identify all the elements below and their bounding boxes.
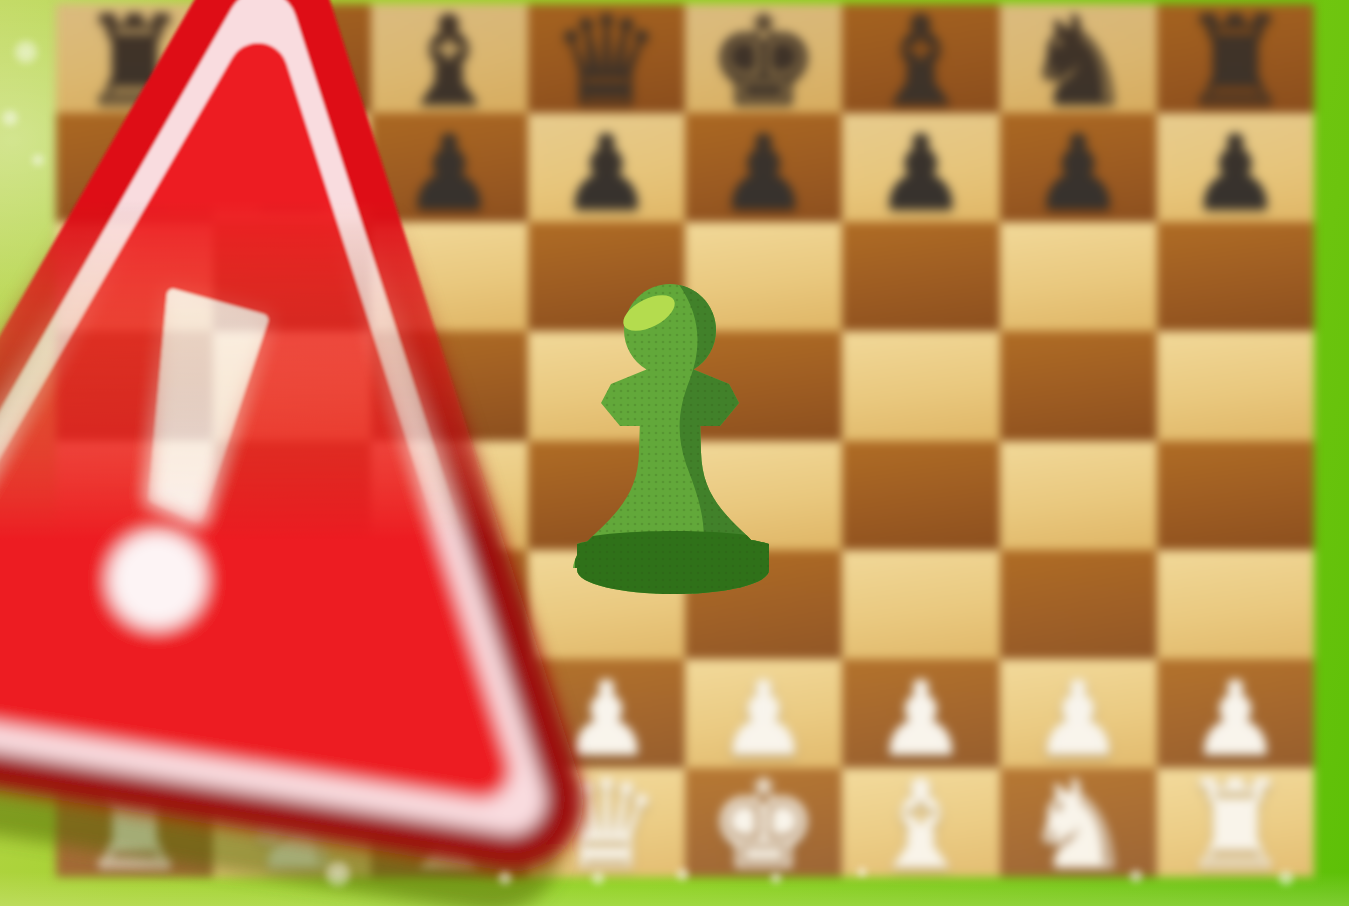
piece-white-queen: ♛	[528, 767, 685, 883]
square-a1: ♜	[56, 768, 213, 877]
piece-white-knight: ♞	[213, 767, 370, 883]
square-b3	[213, 550, 370, 659]
bokeh-speckle	[13, 39, 39, 65]
piece-black-queen: ♛	[528, 3, 685, 119]
square-g5	[1000, 331, 1157, 440]
piece-black-pawn: ♟	[371, 118, 528, 228]
piece-white-king: ♚	[685, 767, 842, 883]
square-c4	[371, 441, 528, 550]
square-c6	[371, 222, 528, 331]
hero-illustration: ♜♞♝♛♚♝♞♜♟♟♟♟♟♟♟♟♟♟♟♟♟♟♟♟♜♞♝♛♚♝♞♜	[0, 0, 1349, 906]
square-e8: ♚	[685, 4, 842, 113]
piece-black-pawn: ♟	[213, 118, 370, 228]
square-c8: ♝	[371, 4, 528, 113]
piece-white-knight: ♞	[1000, 767, 1157, 883]
square-a4	[56, 441, 213, 550]
square-g7: ♟	[1000, 113, 1157, 222]
square-f3	[842, 550, 999, 659]
green-pawn-icon	[563, 284, 783, 594]
square-h1: ♜	[1157, 768, 1314, 877]
square-f7: ♟	[842, 113, 999, 222]
square-a3	[56, 550, 213, 659]
piece-white-rook: ♜	[56, 767, 213, 883]
square-c3	[371, 550, 528, 659]
square-e7: ♟	[685, 113, 842, 222]
square-e2: ♟	[685, 659, 842, 768]
piece-black-knight: ♞	[1000, 3, 1157, 119]
square-f8: ♝	[842, 4, 999, 113]
piece-black-pawn: ♟	[842, 118, 999, 228]
piece-black-bishop: ♝	[842, 3, 999, 119]
square-c7: ♟	[371, 113, 528, 222]
square-h8: ♜	[1157, 4, 1314, 113]
piece-black-pawn: ♟	[528, 118, 685, 228]
square-g2: ♟	[1000, 659, 1157, 768]
piece-black-pawn: ♟	[56, 118, 213, 228]
bokeh-speckle	[31, 153, 45, 167]
square-a2: ♟	[56, 659, 213, 768]
piece-black-king: ♚	[685, 3, 842, 119]
square-d2: ♟	[528, 659, 685, 768]
square-g6	[1000, 222, 1157, 331]
piece-black-rook: ♜	[1157, 3, 1314, 119]
square-f6	[842, 222, 999, 331]
piece-black-rook: ♜	[56, 3, 213, 119]
pawn-halftone-texture	[563, 284, 783, 594]
square-g1: ♞	[1000, 768, 1157, 877]
square-a7: ♟	[56, 113, 213, 222]
square-h2: ♟	[1157, 659, 1314, 768]
piece-black-pawn: ♟	[1000, 118, 1157, 228]
bokeh-speckle	[1, 109, 19, 127]
square-a6	[56, 222, 213, 331]
square-b5	[213, 331, 370, 440]
square-c2: ♟	[371, 659, 528, 768]
square-e1: ♚	[685, 768, 842, 877]
square-b2: ♟	[213, 659, 370, 768]
square-b4	[213, 441, 370, 550]
square-f5	[842, 331, 999, 440]
piece-white-bishop: ♝	[842, 767, 999, 883]
square-a8: ♜	[56, 4, 213, 113]
piece-black-bishop: ♝	[371, 3, 528, 119]
piece-white-rook: ♜	[1157, 767, 1314, 883]
square-g8: ♞	[1000, 4, 1157, 113]
square-h5	[1157, 331, 1314, 440]
piece-black-knight: ♞	[213, 3, 370, 119]
square-d7: ♟	[528, 113, 685, 222]
square-h4	[1157, 441, 1314, 550]
square-b1: ♞	[213, 768, 370, 877]
square-g4	[1000, 441, 1157, 550]
square-h7: ♟	[1157, 113, 1314, 222]
square-c5	[371, 331, 528, 440]
square-d8: ♛	[528, 4, 685, 113]
piece-black-pawn: ♟	[685, 118, 842, 228]
piece-white-bishop: ♝	[371, 767, 528, 883]
square-c1: ♝	[371, 768, 528, 877]
square-g3	[1000, 550, 1157, 659]
square-a5	[56, 331, 213, 440]
square-h6	[1157, 222, 1314, 331]
square-b6	[213, 222, 370, 331]
square-b7: ♟	[213, 113, 370, 222]
square-h3	[1157, 550, 1314, 659]
square-f1: ♝	[842, 768, 999, 877]
square-d1: ♛	[528, 768, 685, 877]
piece-black-pawn: ♟	[1157, 118, 1314, 228]
square-f4	[842, 441, 999, 550]
square-b8: ♞	[213, 4, 370, 113]
square-f2: ♟	[842, 659, 999, 768]
